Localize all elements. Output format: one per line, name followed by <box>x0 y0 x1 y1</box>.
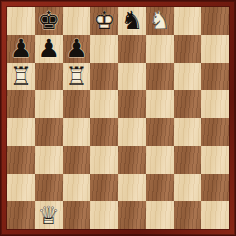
square-c3[interactable] <box>63 146 91 174</box>
square-c8[interactable] <box>63 7 91 35</box>
square-g5[interactable] <box>174 90 202 118</box>
square-a8[interactable] <box>7 7 35 35</box>
square-c6[interactable]: ♜♖ <box>63 63 91 91</box>
square-b7[interactable]: ♟ <box>35 35 63 63</box>
piece-white-knight-fill: ♞ <box>146 7 174 35</box>
board-frame: ♚♚♔♞♞♘♟♟♟♜♖♜♖♛♕ <box>0 0 236 236</box>
square-d2[interactable] <box>90 174 118 202</box>
square-b2[interactable] <box>35 174 63 202</box>
piece-black-pawn: ♟ <box>63 35 91 63</box>
square-f8[interactable]: ♞♘ <box>146 7 174 35</box>
square-e5[interactable] <box>118 90 146 118</box>
square-g2[interactable] <box>174 174 202 202</box>
square-a2[interactable] <box>7 174 35 202</box>
square-c2[interactable] <box>63 174 91 202</box>
square-e7[interactable] <box>118 35 146 63</box>
square-d3[interactable] <box>90 146 118 174</box>
piece-white-rook-fill: ♜ <box>63 63 91 91</box>
square-c1[interactable] <box>63 201 91 229</box>
square-e2[interactable] <box>118 174 146 202</box>
square-g4[interactable] <box>174 118 202 146</box>
square-a7[interactable]: ♟ <box>7 35 35 63</box>
square-e4[interactable] <box>118 118 146 146</box>
square-f4[interactable] <box>146 118 174 146</box>
square-d1[interactable] <box>90 201 118 229</box>
square-a1[interactable] <box>7 201 35 229</box>
square-h7[interactable] <box>201 35 229 63</box>
square-h8[interactable] <box>201 7 229 35</box>
square-g1[interactable] <box>174 201 202 229</box>
square-a5[interactable] <box>7 90 35 118</box>
piece-white-queen-fill: ♛ <box>35 201 63 229</box>
square-b3[interactable] <box>35 146 63 174</box>
square-a6[interactable]: ♜♖ <box>7 63 35 91</box>
square-h1[interactable] <box>201 201 229 229</box>
square-h6[interactable] <box>201 63 229 91</box>
square-d6[interactable] <box>90 63 118 91</box>
square-c5[interactable] <box>63 90 91 118</box>
piece-white-rook: ♖ <box>7 63 35 91</box>
square-b1[interactable]: ♛♕ <box>35 201 63 229</box>
square-d4[interactable] <box>90 118 118 146</box>
piece-white-rook: ♖ <box>63 63 91 91</box>
square-h2[interactable] <box>201 174 229 202</box>
piece-black-king: ♚ <box>35 7 63 35</box>
piece-white-king-fill: ♚ <box>90 7 118 35</box>
square-h3[interactable] <box>201 146 229 174</box>
square-f2[interactable] <box>146 174 174 202</box>
piece-white-queen: ♕ <box>35 201 63 229</box>
piece-black-knight: ♞ <box>118 7 146 35</box>
piece-black-pawn: ♟ <box>35 35 63 63</box>
square-e6[interactable] <box>118 63 146 91</box>
square-b4[interactable] <box>35 118 63 146</box>
square-d5[interactable] <box>90 90 118 118</box>
square-g3[interactable] <box>174 146 202 174</box>
piece-black-pawn: ♟ <box>7 35 35 63</box>
square-e8[interactable]: ♞ <box>118 7 146 35</box>
square-g6[interactable] <box>174 63 202 91</box>
square-b8[interactable]: ♚ <box>35 7 63 35</box>
square-h5[interactable] <box>201 90 229 118</box>
square-b5[interactable] <box>35 90 63 118</box>
piece-white-king: ♔ <box>90 7 118 35</box>
square-h4[interactable] <box>201 118 229 146</box>
chess-board: ♚♚♔♞♞♘♟♟♟♜♖♜♖♛♕ <box>7 7 229 229</box>
square-a3[interactable] <box>7 146 35 174</box>
square-b6[interactable] <box>35 63 63 91</box>
square-d8[interactable]: ♚♔ <box>90 7 118 35</box>
square-c4[interactable] <box>63 118 91 146</box>
square-g7[interactable] <box>174 35 202 63</box>
square-f7[interactable] <box>146 35 174 63</box>
square-c7[interactable]: ♟ <box>63 35 91 63</box>
piece-white-rook-fill: ♜ <box>7 63 35 91</box>
square-e3[interactable] <box>118 146 146 174</box>
square-f5[interactable] <box>146 90 174 118</box>
square-f3[interactable] <box>146 146 174 174</box>
piece-white-knight: ♘ <box>146 7 174 35</box>
square-e1[interactable] <box>118 201 146 229</box>
square-f1[interactable] <box>146 201 174 229</box>
square-f6[interactable] <box>146 63 174 91</box>
square-a4[interactable] <box>7 118 35 146</box>
square-d7[interactable] <box>90 35 118 63</box>
square-g8[interactable] <box>174 7 202 35</box>
